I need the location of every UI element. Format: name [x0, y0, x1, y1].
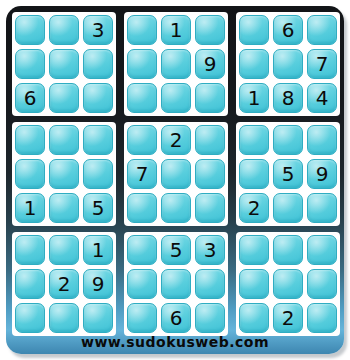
- cell-r4c5[interactable]: 2: [161, 125, 191, 155]
- cell-r8c2[interactable]: 2: [49, 269, 79, 299]
- cell-r6c2[interactable]: [49, 193, 79, 223]
- cell-r1c8[interactable]: 6: [273, 15, 303, 45]
- cell-r9c3[interactable]: [83, 303, 113, 333]
- cell-r3c6[interactable]: [195, 83, 225, 113]
- cell-r7c6[interactable]: 3: [195, 235, 225, 265]
- cell-r3c2[interactable]: [49, 83, 79, 113]
- cell-r4c1[interactable]: [15, 125, 45, 155]
- cell-r8c8[interactable]: [273, 269, 303, 299]
- cell-r3c8[interactable]: 8: [273, 83, 303, 113]
- cell-r2c6[interactable]: 9: [195, 49, 225, 79]
- sudoku-grid: 36196718415275921295362: [12, 12, 340, 336]
- cell-r5c3[interactable]: [83, 159, 113, 189]
- cell-r5c7[interactable]: [239, 159, 269, 189]
- cell-r3c4[interactable]: [127, 83, 157, 113]
- cell-r7c2[interactable]: [49, 235, 79, 265]
- cell-r7c8[interactable]: [273, 235, 303, 265]
- cell-r6c5[interactable]: [161, 193, 191, 223]
- cell-r6c4[interactable]: [127, 193, 157, 223]
- cell-r1c6[interactable]: [195, 15, 225, 45]
- block-r1c2: 19: [124, 12, 228, 116]
- cell-r2c9[interactable]: 7: [307, 49, 337, 79]
- cell-r7c3[interactable]: 1: [83, 235, 113, 265]
- cell-r5c6[interactable]: [195, 159, 225, 189]
- cell-r5c5[interactable]: [161, 159, 191, 189]
- cell-r8c3[interactable]: 9: [83, 269, 113, 299]
- cell-r4c8[interactable]: [273, 125, 303, 155]
- block-r1c3: 67184: [236, 12, 340, 116]
- cell-r6c3[interactable]: 5: [83, 193, 113, 223]
- block-r1c1: 36: [12, 12, 116, 116]
- cell-r2c8[interactable]: [273, 49, 303, 79]
- block-r2c3: 592: [236, 122, 340, 226]
- cell-r6c8[interactable]: [273, 193, 303, 223]
- cell-r9c6[interactable]: [195, 303, 225, 333]
- cell-r1c7[interactable]: [239, 15, 269, 45]
- cell-r5c8[interactable]: 5: [273, 159, 303, 189]
- cell-r9c2[interactable]: [49, 303, 79, 333]
- cell-r3c1[interactable]: 6: [15, 83, 45, 113]
- cell-r7c1[interactable]: [15, 235, 45, 265]
- cell-r8c1[interactable]: [15, 269, 45, 299]
- cell-r8c7[interactable]: [239, 269, 269, 299]
- cell-r9c9[interactable]: [307, 303, 337, 333]
- cell-r6c9[interactable]: [307, 193, 337, 223]
- block-r3c3: 2: [236, 232, 340, 336]
- block-r3c1: 129: [12, 232, 116, 336]
- cell-r7c5[interactable]: 5: [161, 235, 191, 265]
- cell-r7c4[interactable]: [127, 235, 157, 265]
- cell-r7c9[interactable]: [307, 235, 337, 265]
- cell-r2c1[interactable]: [15, 49, 45, 79]
- cell-r9c1[interactable]: [15, 303, 45, 333]
- cell-r8c9[interactable]: [307, 269, 337, 299]
- cell-r8c6[interactable]: [195, 269, 225, 299]
- cell-r1c5[interactable]: 1: [161, 15, 191, 45]
- cell-r3c7[interactable]: 1: [239, 83, 269, 113]
- cell-r4c3[interactable]: [83, 125, 113, 155]
- cell-r1c4[interactable]: [127, 15, 157, 45]
- cell-r8c5[interactable]: [161, 269, 191, 299]
- cell-r1c2[interactable]: [49, 15, 79, 45]
- cell-r7c7[interactable]: [239, 235, 269, 265]
- cell-r5c1[interactable]: [15, 159, 45, 189]
- cell-r3c3[interactable]: [83, 83, 113, 113]
- cell-r4c7[interactable]: [239, 125, 269, 155]
- cell-r1c1[interactable]: [15, 15, 45, 45]
- sudoku-page: 36196718415275921295362 www.sudokusweb.c…: [0, 0, 350, 360]
- cell-r6c1[interactable]: 1: [15, 193, 45, 223]
- cell-r9c5[interactable]: 6: [161, 303, 191, 333]
- cell-r9c8[interactable]: 2: [273, 303, 303, 333]
- cell-r2c4[interactable]: [127, 49, 157, 79]
- cell-r2c3[interactable]: [83, 49, 113, 79]
- cell-r3c9[interactable]: 4: [307, 83, 337, 113]
- cell-r5c4[interactable]: 7: [127, 159, 157, 189]
- cell-r8c4[interactable]: [127, 269, 157, 299]
- cell-r9c4[interactable]: [127, 303, 157, 333]
- cell-r9c7[interactable]: [239, 303, 269, 333]
- cell-r1c9[interactable]: [307, 15, 337, 45]
- block-r3c2: 536: [124, 232, 228, 336]
- cell-r3c5[interactable]: [161, 83, 191, 113]
- cell-r4c2[interactable]: [49, 125, 79, 155]
- sudoku-board: 36196718415275921295362 www.sudokusweb.c…: [6, 6, 344, 354]
- cell-r1c3[interactable]: 3: [83, 15, 113, 45]
- block-r2c2: 27: [124, 122, 228, 226]
- cell-r4c4[interactable]: [127, 125, 157, 155]
- cell-r6c6[interactable]: [195, 193, 225, 223]
- cell-r6c7[interactable]: 2: [239, 193, 269, 223]
- cell-r4c6[interactable]: [195, 125, 225, 155]
- site-url-label: www.sudokusweb.com: [6, 334, 344, 351]
- cell-r5c2[interactable]: [49, 159, 79, 189]
- cell-r4c9[interactable]: [307, 125, 337, 155]
- cell-r2c5[interactable]: [161, 49, 191, 79]
- cell-r2c7[interactable]: [239, 49, 269, 79]
- cell-r2c2[interactable]: [49, 49, 79, 79]
- block-r2c1: 15: [12, 122, 116, 226]
- cell-r5c9[interactable]: 9: [307, 159, 337, 189]
